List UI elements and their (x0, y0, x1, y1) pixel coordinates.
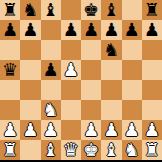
square-c1[interactable]: ♝ (41, 140, 61, 160)
square-d7[interactable]: ♟ (61, 20, 81, 40)
piece-black-king[interactable]: ♚ (83, 0, 99, 20)
piece-white-pawn[interactable]: ♟ (144, 120, 160, 140)
square-f6[interactable]: ♞ (101, 40, 121, 60)
piece-black-pawn[interactable]: ♟ (144, 20, 160, 40)
square-a8[interactable]: ♜ (0, 0, 20, 20)
square-c3[interactable]: ♞ (41, 100, 61, 120)
square-h3[interactable] (142, 100, 162, 120)
square-e6[interactable] (81, 40, 101, 60)
piece-white-pawn[interactable]: ♟ (43, 120, 59, 140)
square-h2[interactable]: ♟ (142, 120, 162, 140)
square-e3[interactable] (81, 100, 101, 120)
square-g7[interactable]: ♟ (122, 20, 142, 40)
square-c6[interactable] (41, 40, 61, 60)
piece-black-pawn[interactable]: ♟ (22, 20, 38, 40)
piece-black-pawn[interactable]: ♟ (63, 20, 79, 40)
square-c2[interactable]: ♟ (41, 120, 61, 140)
piece-white-pawn[interactable]: ♟ (22, 120, 38, 140)
square-c5[interactable]: ♟ (41, 60, 61, 80)
square-g6[interactable] (122, 40, 142, 60)
piece-white-king[interactable]: ♚ (83, 140, 99, 160)
square-d4[interactable] (61, 80, 81, 100)
square-b6[interactable] (20, 40, 40, 60)
square-b5[interactable] (20, 60, 40, 80)
square-g2[interactable]: ♟ (122, 120, 142, 140)
piece-black-bishop[interactable]: ♝ (103, 0, 119, 20)
square-f3[interactable] (101, 100, 121, 120)
square-a3[interactable] (0, 100, 20, 120)
piece-white-rook[interactable]: ♜ (2, 140, 18, 160)
piece-white-pawn[interactable]: ♟ (103, 120, 119, 140)
piece-black-knight[interactable]: ♞ (22, 0, 38, 20)
piece-white-knight[interactable]: ♞ (43, 100, 59, 120)
piece-white-rook[interactable]: ♜ (144, 140, 160, 160)
square-c7[interactable] (41, 20, 61, 40)
square-d1[interactable]: ♛ (61, 140, 81, 160)
board-frame: ♜♞♝♚♝♜♟♟♟♟♟♟♟♞♛♟♟♞♟♟♟♟♟♟♟♜♝♛♚♝♞♜ (0, 0, 162, 162)
square-e5[interactable] (81, 60, 101, 80)
piece-black-pawn[interactable]: ♟ (83, 20, 99, 40)
piece-black-rook[interactable]: ♜ (144, 0, 160, 20)
square-f5[interactable] (101, 60, 121, 80)
chess-board: ♜♞♝♚♝♜♟♟♟♟♟♟♟♞♛♟♟♞♟♟♟♟♟♟♟♜♝♛♚♝♞♜ (0, 0, 162, 160)
piece-black-bishop[interactable]: ♝ (43, 0, 59, 20)
piece-black-pawn[interactable]: ♟ (103, 20, 119, 40)
piece-black-pawn[interactable]: ♟ (124, 20, 140, 40)
square-b1[interactable] (20, 140, 40, 160)
square-e8[interactable]: ♚ (81, 0, 101, 20)
square-g8[interactable] (122, 0, 142, 20)
square-b7[interactable]: ♟ (20, 20, 40, 40)
square-f7[interactable]: ♟ (101, 20, 121, 40)
square-a6[interactable] (0, 40, 20, 60)
square-a1[interactable]: ♜ (0, 140, 20, 160)
square-h5[interactable] (142, 60, 162, 80)
square-c4[interactable] (41, 80, 61, 100)
square-a2[interactable]: ♟ (0, 120, 20, 140)
square-d8[interactable] (61, 0, 81, 20)
square-f1[interactable]: ♝ (101, 140, 121, 160)
square-h6[interactable] (142, 40, 162, 60)
square-d2[interactable] (61, 120, 81, 140)
square-h8[interactable]: ♜ (142, 0, 162, 20)
piece-white-bishop[interactable]: ♝ (103, 140, 119, 160)
piece-black-knight[interactable]: ♞ (103, 40, 119, 60)
square-a4[interactable] (0, 80, 20, 100)
square-g4[interactable] (122, 80, 142, 100)
square-h1[interactable]: ♜ (142, 140, 162, 160)
square-e2[interactable]: ♟ (81, 120, 101, 140)
square-a7[interactable]: ♟ (0, 20, 20, 40)
square-e4[interactable] (81, 80, 101, 100)
square-d3[interactable] (61, 100, 81, 120)
square-d6[interactable] (61, 40, 81, 60)
square-f2[interactable]: ♟ (101, 120, 121, 140)
square-b4[interactable] (20, 80, 40, 100)
piece-black-pawn[interactable]: ♟ (2, 20, 18, 40)
square-a5[interactable]: ♛ (0, 60, 20, 80)
square-f8[interactable]: ♝ (101, 0, 121, 20)
square-e1[interactable]: ♚ (81, 140, 101, 160)
piece-white-knight[interactable]: ♞ (124, 140, 140, 160)
piece-white-bishop[interactable]: ♝ (43, 140, 59, 160)
square-g1[interactable]: ♞ (122, 140, 142, 160)
square-b2[interactable]: ♟ (20, 120, 40, 140)
square-g5[interactable] (122, 60, 142, 80)
square-b8[interactable]: ♞ (20, 0, 40, 20)
piece-white-pawn[interactable]: ♟ (2, 120, 18, 140)
square-h7[interactable]: ♟ (142, 20, 162, 40)
square-d5[interactable]: ♟ (61, 60, 81, 80)
piece-black-pawn[interactable]: ♟ (43, 60, 59, 80)
piece-white-pawn[interactable]: ♟ (63, 60, 79, 80)
square-h4[interactable] (142, 80, 162, 100)
piece-black-rook[interactable]: ♜ (2, 0, 18, 20)
piece-white-pawn[interactable]: ♟ (83, 120, 99, 140)
square-e7[interactable]: ♟ (81, 20, 101, 40)
board-bottom-border (0, 160, 162, 162)
square-f4[interactable] (101, 80, 121, 100)
piece-white-queen[interactable]: ♛ (63, 140, 79, 160)
square-b3[interactable] (20, 100, 40, 120)
piece-black-queen[interactable]: ♛ (2, 60, 18, 80)
square-g3[interactable] (122, 100, 142, 120)
square-c8[interactable]: ♝ (41, 0, 61, 20)
piece-white-pawn[interactable]: ♟ (124, 120, 140, 140)
